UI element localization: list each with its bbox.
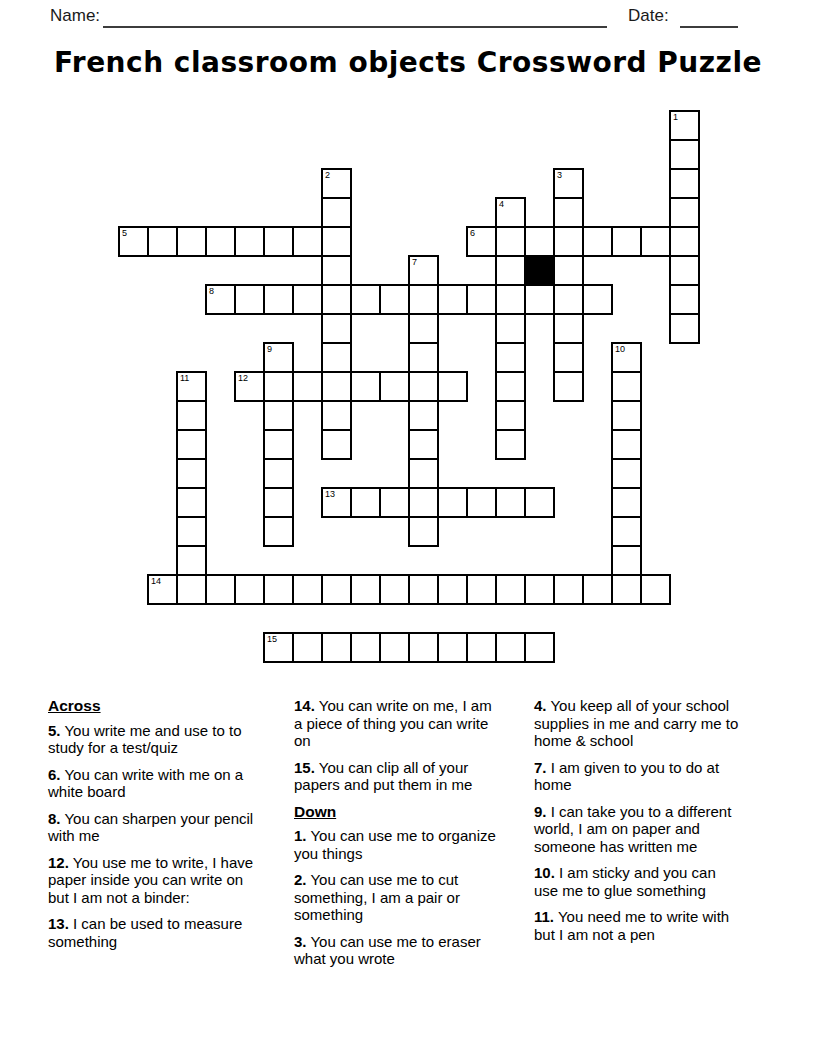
clues-column-1: Across5. You write me and use to to stud…	[48, 697, 255, 959]
grid-cell-r2c19[interactable]	[669, 168, 700, 199]
grid-cell-r9c11[interactable]	[437, 371, 468, 402]
grid-cell-r9c6[interactable]	[292, 371, 323, 402]
grid-cell-r4c17[interactable]	[611, 226, 642, 257]
grid-cell-r16c6[interactable]	[292, 574, 323, 605]
grid-cell-r10c5[interactable]	[263, 400, 294, 431]
grid-cell-r11c13[interactable]	[495, 429, 526, 460]
grid-cell-r6c15[interactable]	[553, 284, 584, 315]
clue-down-10: 10. I am sticky and you can use me to gl…	[534, 864, 741, 899]
grid-cell-r4c2[interactable]	[176, 226, 207, 257]
grid-cell-r14c2[interactable]	[176, 516, 207, 547]
grid-cell-r18c5[interactable]: 15	[263, 632, 294, 663]
grid-cell-r1c19[interactable]	[669, 139, 700, 170]
grid-cell-r11c2[interactable]	[176, 429, 207, 460]
grid-cell-r4c16[interactable]	[582, 226, 613, 257]
name-blank-line	[103, 26, 607, 28]
grid-cell-r3c19[interactable]	[669, 197, 700, 228]
grid-cell-r13c7[interactable]: 13	[321, 487, 352, 518]
clue-down-3: 3. You can use me to eraser what you wro…	[294, 933, 501, 968]
grid-cell-r11c7[interactable]	[321, 429, 352, 460]
grid-cell-r13c2[interactable]	[176, 487, 207, 518]
grid-cell-r9c15[interactable]	[553, 371, 584, 402]
grid-cell-r13c14[interactable]	[524, 487, 555, 518]
name-label: Name:	[50, 6, 100, 26]
grid-cell-r12c10[interactable]	[408, 458, 439, 489]
grid-cell-r16c7[interactable]	[321, 574, 352, 605]
black-cell	[524, 255, 555, 286]
grid-cell-r5c15[interactable]	[553, 255, 584, 286]
grid-cell-r16c12[interactable]	[466, 574, 497, 605]
grid-cell-r13c10[interactable]	[408, 487, 439, 518]
crossword-grid: 123456789101112131415	[118, 110, 700, 663]
grid-cell-r8c13[interactable]	[495, 342, 526, 373]
grid-cell-r6c7[interactable]	[321, 284, 352, 315]
grid-cell-r10c17[interactable]	[611, 400, 642, 431]
grid-cell-r9c7[interactable]	[321, 371, 352, 402]
grid-cell-r4c7[interactable]	[321, 226, 352, 257]
grid-cell-r16c1[interactable]: 14	[147, 574, 178, 605]
grid-cell-r6c5[interactable]	[263, 284, 294, 315]
grid-cell-r10c13[interactable]	[495, 400, 526, 431]
grid-cell-r7c15[interactable]	[553, 313, 584, 344]
grid-cell-r6c10[interactable]	[408, 284, 439, 315]
grid-cell-r16c9[interactable]	[379, 574, 410, 605]
clue-down-2: 2. You can use me to cut something, I am…	[294, 871, 501, 924]
grid-cell-r5c10[interactable]: 7	[408, 255, 439, 286]
grid-cell-r9c9[interactable]	[379, 371, 410, 402]
grid-cell-r10c7[interactable]	[321, 400, 352, 431]
cell-number-4: 4	[499, 199, 504, 209]
grid-cell-r10c2[interactable]	[176, 400, 207, 431]
grid-cell-r9c8[interactable]	[350, 371, 381, 402]
grid-cell-r8c5[interactable]: 9	[263, 342, 294, 373]
grid-cell-r16c3[interactable]	[205, 574, 236, 605]
clue-down-7: 7. I am given to you to do at home	[534, 759, 741, 794]
grid-cell-r4c3[interactable]	[205, 226, 236, 257]
grid-cell-r9c10[interactable]	[408, 371, 439, 402]
grid-cell-r14c17[interactable]	[611, 516, 642, 547]
clue-down-4: 4. You keep all of your school supplies …	[534, 697, 741, 750]
grid-cell-r6c19[interactable]	[669, 284, 700, 315]
grid-cell-r6c12[interactable]	[466, 284, 497, 315]
grid-cell-r15c17[interactable]	[611, 545, 642, 576]
clue-across-14: 14. You can write on me, I am a piece of…	[294, 697, 501, 750]
grid-cell-r9c17[interactable]	[611, 371, 642, 402]
grid-cell-r7c13[interactable]	[495, 313, 526, 344]
grid-cell-r13c9[interactable]	[379, 487, 410, 518]
grid-cell-r9c2[interactable]: 11	[176, 371, 207, 402]
clue-down-9: 9. I can take you to a different world, …	[534, 803, 741, 856]
grid-cell-r18c8[interactable]	[350, 632, 381, 663]
grid-cell-r8c15[interactable]	[553, 342, 584, 373]
grid-cell-r16c10[interactable]	[408, 574, 439, 605]
clues-column-3: 4. You keep all of your school supplies …	[534, 697, 741, 952]
grid-cell-r6c8[interactable]	[350, 284, 381, 315]
cell-number-8: 8	[209, 286, 214, 296]
cell-number-10: 10	[615, 344, 625, 354]
cell-number-6: 6	[470, 228, 475, 238]
clue-across-6: 6. You can write with me on a white boar…	[48, 766, 255, 801]
grid-cell-r16c13[interactable]	[495, 574, 526, 605]
grid-cell-r16c18[interactable]	[640, 574, 671, 605]
grid-cell-r6c14[interactable]	[524, 284, 555, 315]
grid-cell-r11c5[interactable]	[263, 429, 294, 460]
grid-cell-r9c4[interactable]: 12	[234, 371, 265, 402]
grid-cell-r11c17[interactable]	[611, 429, 642, 460]
grid-cell-r16c11[interactable]	[437, 574, 468, 605]
clue-across-8: 8. You can sharpen your pencil with me	[48, 810, 255, 845]
cell-number-7: 7	[412, 257, 417, 267]
grid-cell-r16c8[interactable]	[350, 574, 381, 605]
clue-across-5: 5. You write me and use to to study for …	[48, 722, 255, 757]
grid-cell-r12c17[interactable]	[611, 458, 642, 489]
grid-cell-r18c10[interactable]	[408, 632, 439, 663]
grid-cell-r5c19[interactable]	[669, 255, 700, 286]
clue-down-11: 11. You need me to write with but I am n…	[534, 908, 741, 943]
grid-cell-r2c15[interactable]: 3	[553, 168, 584, 199]
date-label: Date:	[628, 6, 669, 26]
grid-cell-r4c13[interactable]	[495, 226, 526, 257]
grid-cell-r15c2[interactable]	[176, 545, 207, 576]
cell-number-2: 2	[325, 170, 330, 180]
grid-cell-r9c5[interactable]	[263, 371, 294, 402]
grid-cell-r18c12[interactable]	[466, 632, 497, 663]
grid-cell-r4c6[interactable]	[292, 226, 323, 257]
cell-number-9: 9	[267, 344, 272, 354]
grid-cell-r6c11[interactable]	[437, 284, 468, 315]
grid-cell-r4c15[interactable]	[553, 226, 584, 257]
grid-cell-r4c14[interactable]	[524, 226, 555, 257]
grid-cell-r7c7[interactable]	[321, 313, 352, 344]
clue-down-1: 1. You can use me to organize you things	[294, 827, 501, 862]
grid-cell-r18c7[interactable]	[321, 632, 352, 663]
grid-cell-r9c13[interactable]	[495, 371, 526, 402]
grid-cell-r5c7[interactable]	[321, 255, 352, 286]
grid-cell-r16c2[interactable]	[176, 574, 207, 605]
grid-cell-r7c10[interactable]	[408, 313, 439, 344]
cell-number-5: 5	[122, 228, 127, 238]
grid-cell-r8c10[interactable]	[408, 342, 439, 373]
grid-cell-r13c17[interactable]	[611, 487, 642, 518]
grid-cell-r4c18[interactable]	[640, 226, 671, 257]
clue-across-15: 15. You can clip all of your papers and …	[294, 759, 501, 794]
grid-cell-r4c1[interactable]	[147, 226, 178, 257]
down-heading: Down	[294, 803, 501, 821]
grid-cell-r13c8[interactable]	[350, 487, 381, 518]
clue-across-12: 12. You use me to write, I have paper in…	[48, 854, 255, 907]
grid-cell-r16c14[interactable]	[524, 574, 555, 605]
grid-cell-r6c9[interactable]	[379, 284, 410, 315]
grid-cell-r13c11[interactable]	[437, 487, 468, 518]
grid-cell-r13c5[interactable]	[263, 487, 294, 518]
grid-cell-r11c10[interactable]	[408, 429, 439, 460]
grid-cell-r6c3[interactable]: 8	[205, 284, 236, 315]
cell-number-15: 15	[267, 634, 277, 644]
grid-cell-r13c13[interactable]	[495, 487, 526, 518]
grid-cell-r4c5[interactable]	[263, 226, 294, 257]
grid-cell-r6c16[interactable]	[582, 284, 613, 315]
grid-cell-r14c5[interactable]	[263, 516, 294, 547]
grid-cell-r2c7[interactable]: 2	[321, 168, 352, 199]
grid-cell-r16c16[interactable]	[582, 574, 613, 605]
grid-cell-r10c10[interactable]	[408, 400, 439, 431]
clue-across-13: 13. I can be used to measure something	[48, 915, 255, 950]
across-heading: Across	[48, 697, 255, 715]
grid-cell-r0c19[interactable]: 1	[669, 110, 700, 141]
grid-cell-r14c10[interactable]	[408, 516, 439, 547]
grid-cell-r4c12[interactable]: 6	[466, 226, 497, 257]
grid-cell-r4c19[interactable]	[669, 226, 700, 257]
grid-cell-r8c7[interactable]	[321, 342, 352, 373]
grid-cell-r18c11[interactable]	[437, 632, 468, 663]
cell-number-3: 3	[557, 170, 562, 180]
cell-number-11: 11	[180, 373, 189, 383]
grid-cell-r18c13[interactable]	[495, 632, 526, 663]
page-title: French classroom objects Crossword Puzzl…	[0, 46, 816, 79]
cell-number-1: 1	[673, 112, 678, 122]
clues-column-2: 14. You can write on me, I am a piece of…	[294, 697, 501, 977]
grid-cell-r6c4[interactable]	[234, 284, 265, 315]
grid-cell-r16c15[interactable]	[553, 574, 584, 605]
cell-number-14: 14	[151, 576, 161, 586]
grid-cell-r4c4[interactable]	[234, 226, 265, 257]
grid-cell-r18c14[interactable]	[524, 632, 555, 663]
grid-cell-r6c13[interactable]	[495, 284, 526, 315]
grid-cell-r7c19[interactable]	[669, 313, 700, 344]
cell-number-12: 12	[238, 373, 248, 383]
grid-cell-r12c5[interactable]	[263, 458, 294, 489]
grid-cell-r12c2[interactable]	[176, 458, 207, 489]
cell-number-13: 13	[325, 489, 335, 499]
grid-cell-r3c15[interactable]	[553, 197, 584, 228]
grid-cell-r18c6[interactable]	[292, 632, 323, 663]
grid-cell-r16c4[interactable]	[234, 574, 265, 605]
grid-cell-r3c7[interactable]	[321, 197, 352, 228]
grid-cell-r13c12[interactable]	[466, 487, 497, 518]
grid-cell-r3c13[interactable]: 4	[495, 197, 526, 228]
grid-cell-r8c17[interactable]: 10	[611, 342, 642, 373]
grid-cell-r16c17[interactable]	[611, 574, 642, 605]
grid-cell-r4c0[interactable]: 5	[118, 226, 149, 257]
grid-cell-r16c5[interactable]	[263, 574, 294, 605]
grid-cell-r6c6[interactable]	[292, 284, 323, 315]
date-blank-line	[680, 26, 738, 28]
grid-cell-r18c9[interactable]	[379, 632, 410, 663]
grid-cell-r5c13[interactable]	[495, 255, 526, 286]
